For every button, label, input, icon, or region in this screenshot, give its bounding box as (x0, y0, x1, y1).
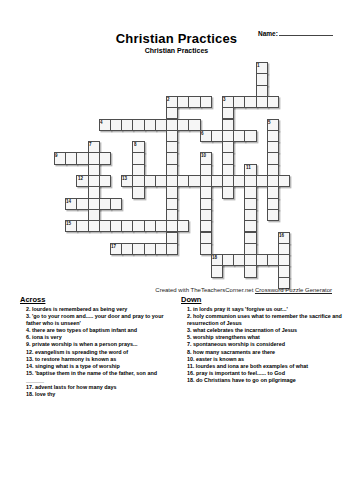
clue-item: 4. there are two types of baptism infant… (20, 327, 172, 334)
grid-cell[interactable] (267, 96, 279, 108)
grid-cell[interactable] (110, 198, 122, 210)
down-clue-list: 1. in lords pray it says 'forgive us our… (181, 306, 347, 384)
clue-item: 18. love thy (20, 391, 172, 398)
name-label: Name: (258, 30, 278, 37)
clue-item: 14. singing what is a type of worship (20, 363, 172, 370)
grid-cell[interactable] (99, 152, 111, 164)
clue-item: 18. do Christians have to go on pilgrima… (181, 377, 347, 384)
clue-item: 5. worship strengthens what (181, 334, 347, 341)
clue-item: 2. lourdes is remembered as being very (20, 306, 172, 313)
generator-credit: Created with TheTeachersCorner.net Cross… (0, 287, 332, 293)
generator-link[interactable]: Crossword Puzzle Generator (255, 287, 332, 293)
name-write-in-line[interactable] (279, 29, 333, 36)
clue-item: 9. private worship is when a person pray… (20, 341, 172, 348)
clue-item: 1. in lords pray it says 'forgive us our… (181, 306, 347, 313)
clue-item: 12. evangelism is spreading the word of (20, 349, 172, 356)
clue-item: 10. easter is known as (181, 356, 347, 363)
clue-item: 3. what celebrates the incarnation of Je… (181, 327, 347, 334)
clue-item: 2. holy communion uses what to remember … (181, 313, 347, 327)
clue-item: 7. spontaneous worship is considered (181, 341, 347, 348)
grid-cell[interactable] (200, 96, 212, 108)
clue-item: 17. advent lasts for how many days (20, 384, 172, 391)
grid-cell[interactable] (278, 175, 290, 187)
across-header: Across (20, 295, 172, 304)
clue-item: 13. to restore harmony is known as (20, 356, 172, 363)
crossword-grid: 123456789101112131415161718 (54, 62, 291, 290)
clue-item: 11. lourdes and iona are both examples o… (181, 363, 347, 370)
grid-cell[interactable] (132, 186, 144, 198)
clue-item: 15. 'baptise them in the name of the fat… (20, 370, 172, 384)
down-header: Down (181, 295, 347, 304)
grid-cell[interactable] (166, 243, 178, 255)
across-clue-list: 2. lourdes is remembered as being very3.… (20, 306, 172, 398)
down-clues-section: Down 1. in lords pray it says 'forgive u… (181, 295, 347, 384)
grid-cell[interactable] (99, 175, 111, 187)
across-clues-section: Across 2. lourdes is remembered as being… (20, 295, 172, 398)
grid-cell[interactable] (244, 265, 256, 277)
generator-credit-text: Created with TheTeachersCorner.net (155, 287, 255, 293)
clue-item: 6. iona is very (20, 334, 172, 341)
name-field-row: Name: (258, 29, 333, 37)
grid-cell[interactable] (222, 186, 234, 198)
grid-cell[interactable] (211, 265, 223, 277)
clue-item: 3. 'go to your room and..... your door a… (20, 313, 172, 327)
page-subtitle: Christian Practices (0, 47, 353, 54)
clue-item: 16. pray is important to feel...... to G… (181, 370, 347, 377)
grid-cell[interactable] (177, 220, 189, 232)
grid-cell[interactable] (267, 209, 279, 221)
grid-cell[interactable] (244, 130, 256, 142)
clue-item: 8. how many sacraments are there (181, 349, 347, 356)
